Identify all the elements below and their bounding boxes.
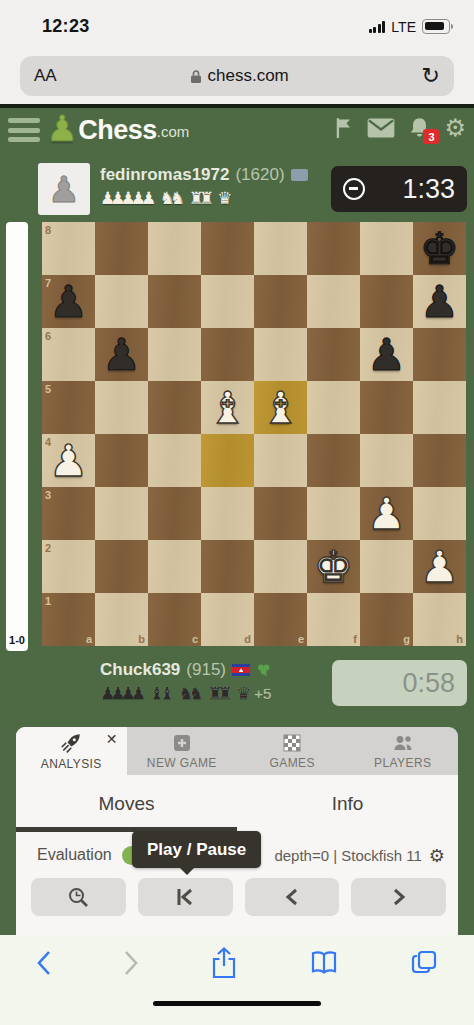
top-player-name[interactable]: fedinromas1972 <box>100 165 229 185</box>
square-c5[interactable] <box>148 381 201 434</box>
board-zoom-button[interactable] <box>31 878 126 916</box>
square-e8[interactable] <box>254 222 307 275</box>
square-d1[interactable]: d <box>201 593 254 646</box>
clock-time: 12:23 <box>42 16 90 37</box>
new-game-icon <box>172 733 192 753</box>
engine-status: depth=0 | Stockfish 11 <box>274 847 421 864</box>
status-bar: 12:23 LTE <box>0 0 474 47</box>
square-a2[interactable]: 2 <box>42 540 95 593</box>
square-h5[interactable] <box>413 381 466 434</box>
square-g1[interactable]: g <box>360 593 413 646</box>
rank-label-6: 6 <box>45 330 51 342</box>
rank-label-3: 3 <box>45 489 51 501</box>
top-player-flag-icon <box>291 169 308 181</box>
safari-toolbar <box>0 935 474 1025</box>
game-result: 1-0 <box>9 634 25 651</box>
browser-forward-button[interactable] <box>123 950 139 976</box>
menu-button[interactable] <box>8 118 40 142</box>
skip-start-icon <box>174 887 196 907</box>
black-pawn: ♟ <box>95 328 148 381</box>
file-label-a: a <box>86 633 92 645</box>
square-a6[interactable]: 6 <box>42 328 95 381</box>
top-player-avatar[interactable]: ♟ <box>38 163 90 215</box>
play-pause-tooltip: Play / Pause <box>132 831 261 868</box>
close-analysis-button[interactable]: ✕ <box>106 731 118 747</box>
white-pawn: ♟ <box>42 434 95 487</box>
file-label-g: g <box>403 633 410 645</box>
square-a1[interactable]: 1a <box>42 593 95 646</box>
square-d5[interactable]: ♝ <box>201 381 254 434</box>
bookmarks-button[interactable] <box>309 950 339 976</box>
bottom-player-rating: (915) <box>186 660 226 680</box>
square-f4[interactable] <box>307 434 360 487</box>
square-h7[interactable]: ♟ <box>413 275 466 328</box>
white-bishop: ♝ <box>201 381 254 434</box>
browser-back-button[interactable] <box>36 950 52 976</box>
chess-board: 8♚7♟♟6♟♟5♝♝4♟3♟2♚♟1abcdefgh <box>42 222 466 646</box>
square-f8[interactable] <box>307 222 360 275</box>
previous-move-button[interactable] <box>245 878 340 916</box>
square-d8[interactable] <box>201 222 254 275</box>
file-label-h: h <box>456 633 463 645</box>
messages-icon[interactable] <box>367 116 395 140</box>
rank-label-2: 2 <box>45 542 51 554</box>
square-f6[interactable] <box>307 328 360 381</box>
file-label-f: f <box>353 633 357 645</box>
square-d7[interactable] <box>201 275 254 328</box>
square-c1[interactable]: c <box>148 593 201 646</box>
avatar-pawn-icon: ♟ <box>48 169 80 210</box>
rank-label-5: 5 <box>45 383 51 395</box>
rocket-icon <box>60 732 82 754</box>
chevron-right-icon <box>390 887 408 907</box>
square-b3[interactable] <box>95 487 148 540</box>
minus-circle-icon <box>343 178 365 200</box>
square-g6[interactable]: ♟ <box>360 328 413 381</box>
white-pawn: ♟ <box>360 487 413 540</box>
square-e1[interactable]: e <box>254 593 307 646</box>
flag-icon[interactable] <box>331 116 354 140</box>
tab-players[interactable]: PLAYERS <box>348 727 459 775</box>
square-g3[interactable]: ♟ <box>360 487 413 540</box>
white-pawn: ♟ <box>413 540 466 593</box>
logo-pawn-icon: ♟ <box>46 108 78 150</box>
square-c6[interactable] <box>148 328 201 381</box>
bottom-clock-time: 0:58 <box>402 668 455 699</box>
lock-icon <box>190 69 202 84</box>
chesscom-logo[interactable]: ♟Chess.com <box>46 108 189 150</box>
square-a3[interactable]: 3 <box>42 487 95 540</box>
notification-badge: 3 <box>423 129 439 144</box>
top-player-rating: (1620) <box>235 165 284 185</box>
black-king: ♚ <box>413 222 466 275</box>
signal-strength-icon <box>369 21 386 33</box>
chevron-left-icon <box>283 887 301 907</box>
black-pawn: ♟ <box>360 328 413 381</box>
square-b7[interactable] <box>95 275 148 328</box>
tab-analysis[interactable]: ANALYSIS ✕ <box>16 727 127 775</box>
games-board-icon <box>282 733 302 753</box>
square-c4[interactable] <box>148 434 201 487</box>
square-a5[interactable]: 5 <box>42 381 95 434</box>
next-move-button[interactable] <box>351 878 446 916</box>
square-b8[interactable] <box>95 222 148 275</box>
tabs-button[interactable] <box>410 949 438 977</box>
evaluation-label: Evaluation <box>37 846 112 864</box>
tab-new-game[interactable]: NEW GAME <box>127 727 238 775</box>
browser-address-bar: AA chess.com ↻ <box>0 47 474 104</box>
white-bishop: ♝ <box>254 381 307 434</box>
square-e2[interactable] <box>254 540 307 593</box>
rank-label-1: 1 <box>45 595 51 607</box>
battery-icon <box>422 19 450 34</box>
square-b5[interactable] <box>95 381 148 434</box>
square-e7[interactable] <box>254 275 307 328</box>
square-g4[interactable] <box>360 434 413 487</box>
square-e5[interactable]: ♝ <box>254 381 307 434</box>
captured-white-pieces: ♟♟♟♟♟ ♞♞ ♜♜ ♛ <box>100 188 308 208</box>
share-button[interactable] <box>210 947 238 979</box>
square-b4[interactable] <box>95 434 148 487</box>
app-tab-bar: ANALYSIS ✕ NEW GAME GAMES <box>16 727 458 775</box>
square-g8[interactable] <box>360 222 413 275</box>
black-pawn: ♟ <box>413 275 466 328</box>
square-h1[interactable]: h <box>413 593 466 646</box>
square-d4[interactable] <box>201 434 254 487</box>
skip-to-start-button[interactable] <box>138 878 233 916</box>
captured-black-pieces: ♟♟♟♟ ♝♝ ♞♞ ♜♜ ♛+5 <box>100 683 271 703</box>
bottom-player-avatar[interactable] <box>38 658 90 710</box>
black-pawn: ♟ <box>42 275 95 328</box>
url-field[interactable]: AA chess.com ↻ <box>20 56 454 96</box>
square-h3[interactable] <box>413 487 466 540</box>
square-h6[interactable] <box>413 328 466 381</box>
square-d6[interactable] <box>201 328 254 381</box>
square-h8[interactable]: ♚ <box>413 222 466 275</box>
cambodia-flag-icon <box>232 664 250 676</box>
shamrock-icon <box>256 663 271 678</box>
square-g7[interactable] <box>360 275 413 328</box>
square-e4[interactable] <box>254 434 307 487</box>
refresh-button[interactable]: ↻ <box>422 65 440 87</box>
reader-mode-button[interactable]: AA <box>34 66 57 86</box>
square-b6[interactable]: ♟ <box>95 328 148 381</box>
evaluation-bar: 1-0 <box>6 222 28 651</box>
top-player-clock: 1:33 <box>331 166 467 212</box>
square-h4[interactable] <box>413 434 466 487</box>
square-g5[interactable] <box>360 381 413 434</box>
url-text: chess.com <box>208 66 289 86</box>
alerts-button[interactable]: 3 <box>408 116 431 140</box>
square-a7[interactable]: 7♟ <box>42 275 95 328</box>
site-header: ♟Chess.com 3 ⚙ <box>0 108 474 156</box>
square-e3[interactable] <box>254 487 307 540</box>
square-h2[interactable]: ♟ <box>413 540 466 593</box>
square-c3[interactable] <box>148 487 201 540</box>
square-f1[interactable]: f <box>307 593 360 646</box>
square-g2[interactable] <box>360 540 413 593</box>
square-f3[interactable] <box>307 487 360 540</box>
bottom-player-clock: 0:58 <box>332 660 467 706</box>
square-f2[interactable]: ♚ <box>307 540 360 593</box>
white-king: ♚ <box>307 540 360 593</box>
engine-settings-gear-icon[interactable]: ⚙ <box>429 845 445 866</box>
network-type-label: LTE <box>391 19 416 35</box>
settings-gear-icon[interactable]: ⚙ <box>444 116 466 140</box>
bottom-player-name[interactable]: Chuck639 <box>100 660 180 680</box>
top-clock-time: 1:33 <box>402 174 455 205</box>
moves-tab[interactable]: Moves <box>16 775 237 827</box>
magnifier-icon <box>67 886 89 908</box>
square-a8[interactable]: 8 <box>42 222 95 275</box>
file-label-e: e <box>298 633 304 645</box>
analysis-panel: Moves Info Evaluation Lines depth=0 | St… <box>16 775 458 935</box>
square-e6[interactable] <box>254 328 307 381</box>
square-d2[interactable] <box>201 540 254 593</box>
square-b1[interactable]: b <box>95 593 148 646</box>
file-label-b: b <box>138 633 145 645</box>
tab-games[interactable]: GAMES <box>237 727 348 775</box>
square-c2[interactable] <box>148 540 201 593</box>
info-tab[interactable]: Info <box>237 775 458 827</box>
material-advantage: +5 <box>254 685 271 702</box>
square-f5[interactable] <box>307 381 360 434</box>
square-c7[interactable] <box>148 275 201 328</box>
square-a4[interactable]: 4♟ <box>42 434 95 487</box>
players-icon <box>392 733 414 753</box>
home-indicator[interactable] <box>153 1001 321 1006</box>
square-f7[interactable] <box>307 275 360 328</box>
phone-screen: 12:23 LTE AA chess.com ↻ ♟Chess <box>0 0 474 1025</box>
rank-label-8: 8 <box>45 224 51 236</box>
square-c8[interactable] <box>148 222 201 275</box>
square-d3[interactable] <box>201 487 254 540</box>
file-label-d: d <box>244 633 251 645</box>
square-b2[interactable] <box>95 540 148 593</box>
file-label-c: c <box>192 633 198 645</box>
